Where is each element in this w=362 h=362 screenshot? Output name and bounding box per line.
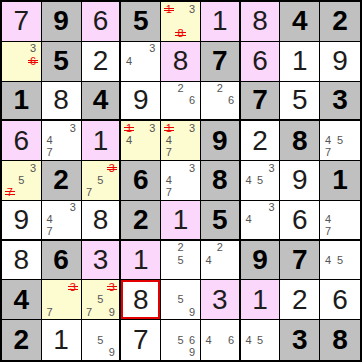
cell-r5c1[interactable]: 357 (2, 161, 42, 201)
candidate-3: 3 (67, 202, 79, 214)
candidate-grid: 569 (163, 321, 198, 359)
cell-r7c6[interactable]: 24 (201, 241, 241, 281)
candidate-9: 9 (186, 346, 198, 359)
cell-r1c7[interactable]: 8 (241, 2, 281, 42)
candidate-7: 7 (44, 306, 56, 318)
solved-digit: 2 (93, 47, 109, 75)
cell-r9c6[interactable]: 46 (201, 320, 241, 360)
solved-digit: 6 (292, 206, 308, 234)
cell-r9c9[interactable]: 8 (320, 320, 360, 360)
solved-digit: 7 (14, 7, 30, 35)
candidate-4: 4 (322, 135, 334, 147)
candidate-grid: 341 (123, 122, 158, 159)
cell-r6c8[interactable]: 6 (280, 201, 320, 241)
solved-digit: 8 (14, 246, 30, 274)
cell-r5c7[interactable]: 345 (241, 161, 281, 201)
cell-r5c2[interactable]: 2 (42, 161, 82, 201)
candidate-7: 7 (44, 226, 56, 238)
candidate-5: 5 (254, 174, 266, 186)
cell-r6c6[interactable]: 5 (201, 201, 241, 241)
given-digit: 7 (252, 86, 268, 114)
solved-digit: 1 (292, 47, 308, 75)
cell-r3c6[interactable]: 26 (201, 82, 241, 122)
candidate-grid: 573 (84, 162, 118, 199)
given-digit: 1 (14, 86, 30, 114)
candidate-grid: 26 (203, 83, 237, 119)
cell-r8c2[interactable]: 73 (42, 280, 82, 320)
candidate-7: 7 (44, 147, 56, 159)
candidate-6: 6 (186, 94, 198, 106)
solved-digit: 1 (133, 246, 149, 274)
given-digit: 8 (332, 326, 348, 354)
candidate-5: 5 (254, 334, 266, 347)
candidate-grid: 25 (163, 242, 198, 279)
candidate-4: 4 (203, 334, 214, 347)
crossed-candidate-8: 8 (175, 28, 187, 40)
sudoku-board: 7965318184236523487619184926267536347134… (0, 0, 362, 362)
candidate-3: 3 (186, 3, 198, 15)
cell-r5c4[interactable]: 6 (121, 161, 161, 201)
candidate-3: 3 (186, 122, 198, 134)
cell-r6c7[interactable]: 34 (241, 201, 281, 241)
candidate-6: 6 (225, 334, 236, 347)
cell-r4c4[interactable]: 341 (121, 121, 161, 161)
cell-r3c5[interactable]: 26 (161, 82, 201, 122)
cell-r9c8[interactable]: 3 (280, 320, 320, 360)
candidate-4: 4 (322, 254, 334, 266)
given-digit: 2 (332, 7, 348, 35)
cell-r2c1[interactable]: 36 (2, 42, 42, 82)
solved-digit: 9 (133, 86, 149, 114)
given-digit: 3 (292, 326, 308, 354)
candidate-2: 2 (175, 242, 187, 254)
cell-r9c5[interactable]: 569 (161, 320, 201, 360)
given-digit: 2 (14, 326, 30, 354)
candidate-4: 4 (163, 174, 175, 186)
candidate-4: 4 (203, 254, 214, 266)
given-digit: 4 (14, 286, 30, 314)
candidate-9: 9 (106, 306, 117, 318)
candidate-6: 6 (225, 94, 236, 106)
solved-digit: 9 (332, 47, 348, 75)
cell-r8c6[interactable]: 3 (201, 280, 241, 320)
solved-digit: 1 (93, 127, 109, 155)
cell-r1c8[interactable]: 4 (280, 2, 320, 42)
candidate-grid: 347 (44, 202, 79, 238)
solved-digit: 1 (212, 7, 228, 35)
candidate-grid: 3471 (163, 122, 198, 159)
candidate-7: 7 (322, 147, 334, 159)
cell-r4c6[interactable]: 9 (201, 121, 241, 161)
candidate-5: 5 (175, 254, 187, 266)
cell-r5c3[interactable]: 573 (82, 161, 122, 201)
cell-r7c8[interactable]: 7 (280, 241, 320, 281)
cell-r1c5[interactable]: 318 (161, 2, 201, 42)
cell-r6c3[interactable]: 8 (82, 201, 122, 241)
given-digit: 9 (53, 7, 69, 35)
cell-r4c5[interactable]: 3471 (161, 121, 201, 161)
cell-r6c4[interactable]: 2 (121, 201, 161, 241)
cell-r2c6[interactable]: 7 (201, 42, 241, 82)
cell-r3c8[interactable]: 5 (280, 82, 320, 122)
given-digit: 3 (332, 86, 348, 114)
candidate-6: 6 (186, 334, 198, 347)
cell-r3c2[interactable]: 8 (42, 82, 82, 122)
solved-digit: 1 (53, 326, 69, 354)
candidate-3: 3 (186, 162, 198, 174)
candidate-grid: 45 (243, 321, 278, 359)
candidate-grid: 318 (163, 3, 198, 40)
solved-digit: 3 (93, 246, 109, 274)
solved-digit: 3 (212, 286, 228, 314)
cell-r8c1[interactable]: 4 (2, 280, 42, 320)
given-digit: 5 (53, 47, 69, 75)
given-digit: 9 (252, 246, 268, 274)
solved-digit: 1 (252, 286, 268, 314)
candidate-7: 7 (84, 187, 95, 199)
candidate-9: 9 (106, 346, 117, 359)
candidate-grid: 5793 (84, 281, 118, 318)
given-digit: 2 (53, 166, 69, 194)
candidate-grid: 59 (84, 321, 118, 359)
solved-digit: 6 (14, 127, 30, 155)
candidate-4: 4 (243, 174, 255, 186)
cell-r8c3[interactable]: 5793 (82, 280, 122, 320)
solved-digit: 7 (133, 326, 149, 354)
solved-digit: 8 (133, 286, 149, 314)
cell-r7c9[interactable]: 45 (320, 241, 360, 281)
candidate-5: 5 (95, 294, 106, 306)
cell-r2c9[interactable]: 9 (320, 42, 360, 82)
cell-r7c7[interactable]: 9 (241, 241, 281, 281)
candidate-3: 3 (67, 122, 79, 134)
cell-r8c5[interactable]: 59 (161, 280, 201, 320)
candidate-2: 2 (175, 83, 187, 95)
cell-r1c1[interactable]: 7 (2, 2, 42, 42)
cell-r7c3[interactable]: 3 (82, 241, 122, 281)
given-digit: 4 (93, 86, 109, 114)
candidate-grid: 46 (203, 321, 237, 359)
candidate-grid: 345 (243, 162, 278, 199)
cell-r8c4[interactable]: 8 (121, 280, 161, 320)
crossed-candidate-1: 1 (163, 3, 175, 15)
candidate-7: 7 (84, 306, 95, 318)
cell-r1c6[interactable]: 1 (201, 2, 241, 42)
cell-r2c8[interactable]: 1 (280, 42, 320, 82)
cell-r1c3[interactable]: 6 (82, 2, 122, 42)
solved-digit: 6 (332, 286, 348, 314)
cell-r2c3[interactable]: 2 (82, 42, 122, 82)
candidate-7: 7 (163, 147, 175, 159)
candidate-5: 5 (334, 254, 346, 266)
candidate-4: 4 (243, 214, 255, 226)
candidate-grid: 34 (243, 202, 278, 238)
candidate-grid: 59 (163, 281, 198, 318)
cell-r8c7[interactable]: 1 (241, 280, 281, 320)
cell-r4c9[interactable]: 457 (320, 121, 360, 161)
solved-digit: 9 (14, 206, 30, 234)
cell-r4c3[interactable]: 1 (82, 121, 122, 161)
cell-r8c9[interactable]: 6 (320, 280, 360, 320)
cell-r5c9[interactable]: 1 (320, 161, 360, 201)
solved-digit: 6 (252, 47, 268, 75)
given-digit: 5 (133, 7, 149, 35)
given-digit: 6 (133, 166, 149, 194)
solved-digit: 8 (93, 206, 109, 234)
given-digit: 8 (292, 127, 308, 155)
candidate-3: 3 (266, 202, 278, 214)
cell-r9c7[interactable]: 45 (241, 320, 281, 360)
cell-r4c8[interactable]: 8 (280, 121, 320, 161)
candidate-grid: 457 (322, 122, 358, 159)
candidate-5: 5 (334, 135, 346, 147)
candidate-grid: 24 (203, 242, 237, 279)
cell-r4c1[interactable]: 6 (2, 121, 42, 161)
candidate-2: 2 (214, 83, 225, 95)
candidate-3: 3 (27, 162, 39, 174)
candidate-grid: 36 (4, 43, 39, 80)
cell-r9c3[interactable]: 59 (82, 320, 122, 360)
candidate-4: 4 (243, 334, 255, 347)
cell-r2c7[interactable]: 6 (241, 42, 281, 82)
candidate-grid: 45 (322, 242, 358, 279)
crossed-candidate-3: 3 (106, 162, 117, 174)
solved-digit: 5 (292, 86, 308, 114)
cell-r8c8[interactable]: 2 (280, 280, 320, 320)
solved-digit: 8 (173, 47, 189, 75)
candidate-4: 4 (44, 135, 56, 147)
cell-r3c7[interactable]: 7 (241, 82, 281, 122)
cell-r5c6[interactable]: 8 (201, 161, 241, 201)
cell-r3c9[interactable]: 3 (320, 82, 360, 122)
cell-r2c5[interactable]: 8 (161, 42, 201, 82)
candidate-3: 3 (147, 43, 159, 55)
crossed-candidate-1: 1 (123, 122, 135, 134)
candidate-9: 9 (186, 306, 198, 318)
given-digit: 1 (332, 166, 348, 194)
crossed-candidate-6: 6 (27, 55, 39, 67)
given-digit: 5 (212, 206, 228, 234)
candidate-4: 4 (322, 214, 334, 226)
given-digit: 6 (53, 246, 69, 274)
solved-digit: 8 (53, 86, 69, 114)
candidate-5: 5 (175, 334, 187, 347)
candidate-5: 5 (175, 294, 187, 306)
cell-r5c5[interactable]: 347 (161, 161, 201, 201)
candidate-grid: 73 (44, 281, 79, 318)
given-digit: 2 (133, 206, 149, 234)
solved-digit: 6 (93, 7, 109, 35)
given-digit: 4 (292, 7, 308, 35)
crossed-candidate-3: 3 (67, 281, 79, 293)
candidate-5: 5 (16, 174, 28, 186)
crossed-candidate-3: 3 (106, 281, 117, 293)
cell-r5c8[interactable]: 9 (280, 161, 320, 201)
cell-r7c1[interactable]: 8 (2, 241, 42, 281)
cell-r4c2[interactable]: 347 (42, 121, 82, 161)
candidate-3: 3 (266, 162, 278, 174)
cell-r6c9[interactable]: 47 (320, 201, 360, 241)
cell-r7c5[interactable]: 25 (161, 241, 201, 281)
cell-r1c9[interactable]: 2 (320, 2, 360, 42)
given-digit: 7 (292, 246, 308, 274)
candidate-3: 3 (27, 43, 39, 55)
solved-digit: 2 (252, 127, 268, 155)
cell-r7c4[interactable]: 1 (121, 241, 161, 281)
crossed-candidate-7: 7 (4, 187, 16, 199)
given-digit: 9 (212, 127, 228, 155)
candidate-4: 4 (123, 55, 135, 67)
cell-r9c2[interactable]: 1 (42, 320, 82, 360)
cell-r9c4[interactable]: 7 (121, 320, 161, 360)
candidate-grid: 347 (44, 122, 79, 159)
candidate-4: 4 (163, 135, 175, 147)
candidate-grid: 26 (163, 83, 198, 119)
candidate-grid: 34 (123, 43, 158, 80)
candidate-5: 5 (95, 334, 106, 347)
candidate-2: 2 (214, 242, 225, 254)
cell-r9c1[interactable]: 2 (2, 320, 42, 360)
cell-r6c2[interactable]: 347 (42, 201, 82, 241)
solved-digit: 2 (292, 286, 308, 314)
candidate-5: 5 (95, 174, 106, 186)
cell-r4c7[interactable]: 2 (241, 121, 281, 161)
solved-digit: 1 (173, 206, 189, 234)
cell-r2c2[interactable]: 5 (42, 42, 82, 82)
cell-r3c3[interactable]: 4 (82, 82, 122, 122)
cell-r6c5[interactable]: 1 (161, 201, 201, 241)
cell-r7c2[interactable]: 6 (42, 241, 82, 281)
solved-digit: 9 (292, 166, 308, 194)
cell-r3c1[interactable]: 1 (2, 82, 42, 122)
given-digit: 8 (212, 166, 228, 194)
candidate-3: 3 (147, 122, 159, 134)
candidate-4: 4 (123, 135, 135, 147)
cell-r1c4[interactable]: 5 (121, 2, 161, 42)
cell-r1c2[interactable]: 9 (42, 2, 82, 42)
given-digit: 7 (212, 47, 228, 75)
candidate-7: 7 (322, 226, 334, 238)
cell-r3c4[interactable]: 9 (121, 82, 161, 122)
cell-r6c1[interactable]: 9 (2, 201, 42, 241)
candidate-4: 4 (44, 214, 56, 226)
cell-r2c4[interactable]: 34 (121, 42, 161, 82)
candidate-grid: 47 (322, 202, 358, 238)
candidate-7: 7 (163, 187, 175, 199)
solved-digit: 8 (252, 7, 268, 35)
candidate-grid: 357 (4, 162, 39, 199)
crossed-candidate-1: 1 (163, 122, 175, 134)
candidate-grid: 347 (163, 162, 198, 199)
